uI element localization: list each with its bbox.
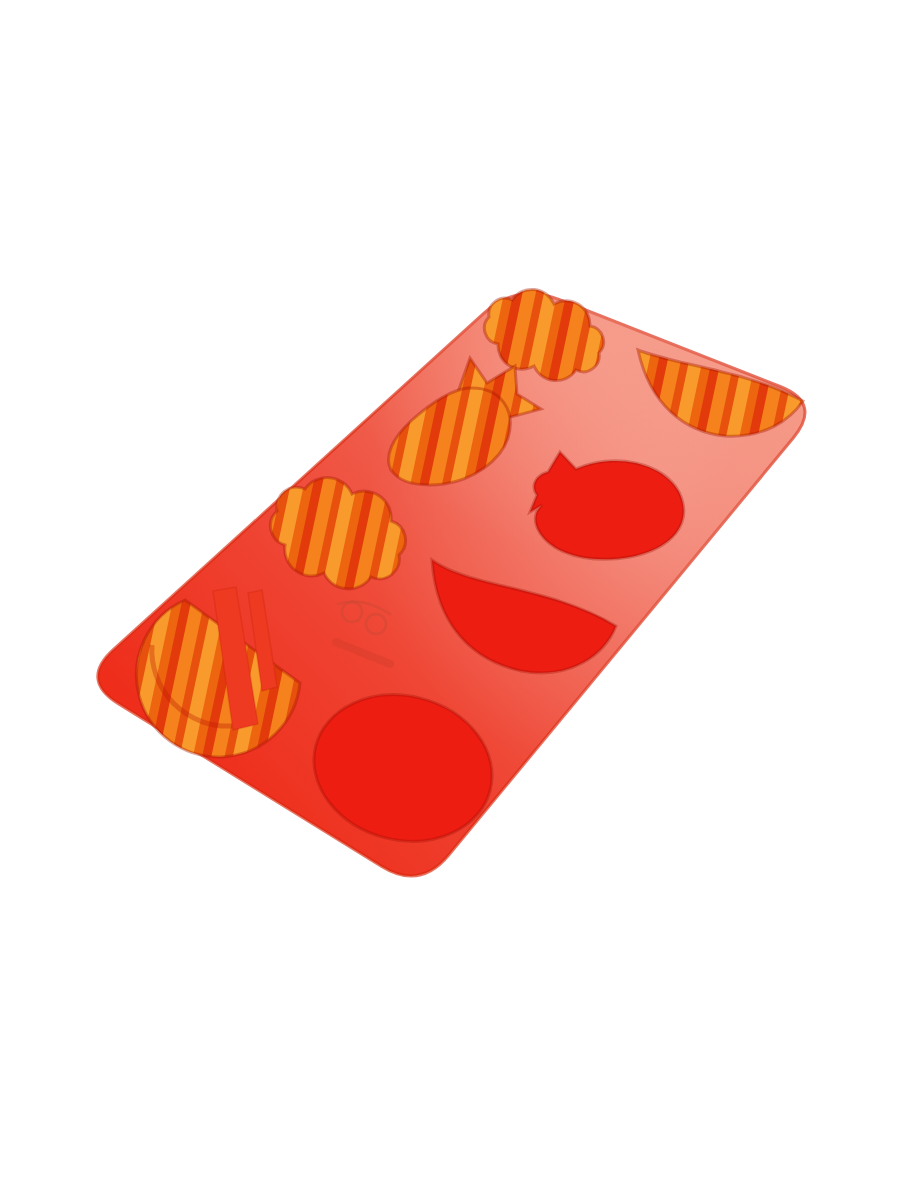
tray-illustration [0,0,900,1200]
product-photo [0,0,900,1200]
